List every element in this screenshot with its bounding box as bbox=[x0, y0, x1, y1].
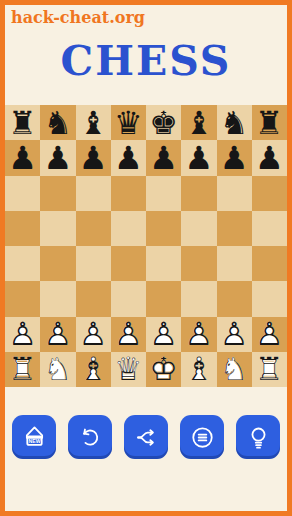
square-h8[interactable]: ♜ bbox=[252, 105, 287, 140]
lightbulb-icon bbox=[245, 424, 272, 451]
square-c2[interactable]: ♟♙ bbox=[76, 317, 111, 352]
svg-text:NEW: NEW bbox=[28, 437, 40, 443]
piece-white-pawn[interactable]: ♟♙ bbox=[181, 317, 216, 352]
square-b3[interactable] bbox=[40, 281, 75, 316]
app-title: CHESS bbox=[5, 39, 287, 83]
square-a4[interactable] bbox=[5, 246, 40, 281]
square-h3[interactable] bbox=[252, 281, 287, 316]
piece-white-pawn[interactable]: ♟♙ bbox=[40, 317, 75, 352]
chess-board[interactable]: ♜♞♝♛♚♝♞♜♟♟♟♟♟♟♟♟♟♙♟♙♟♙♟♙♟♙♟♙♟♙♟♙♜♖♞♘♝♗♛♕… bbox=[5, 105, 287, 387]
square-c5[interactable] bbox=[76, 211, 111, 246]
piece-black-pawn[interactable]: ♟ bbox=[181, 140, 216, 175]
square-h1[interactable]: ♜♖ bbox=[252, 352, 287, 387]
piece-white-pawn[interactable]: ♟♙ bbox=[111, 317, 146, 352]
new-game-sign-icon: NEW bbox=[21, 424, 48, 451]
square-a3[interactable] bbox=[5, 281, 40, 316]
square-f1[interactable]: ♝♗ bbox=[181, 352, 216, 387]
menu-circle-icon bbox=[189, 424, 216, 451]
square-e2[interactable]: ♟♙ bbox=[146, 317, 181, 352]
toolbar: NEW bbox=[12, 415, 280, 459]
square-f6[interactable] bbox=[181, 176, 216, 211]
piece-black-pawn[interactable]: ♟ bbox=[217, 140, 252, 175]
square-g1[interactable]: ♞♘ bbox=[217, 352, 252, 387]
square-a7[interactable]: ♟ bbox=[5, 140, 40, 175]
piece-white-knight[interactable]: ♞♘ bbox=[40, 352, 75, 387]
square-h2[interactable]: ♟♙ bbox=[252, 317, 287, 352]
menu-button[interactable] bbox=[180, 415, 224, 459]
square-e1[interactable]: ♚♔ bbox=[146, 352, 181, 387]
square-h6[interactable] bbox=[252, 176, 287, 211]
square-g6[interactable] bbox=[217, 176, 252, 211]
square-e6[interactable] bbox=[146, 176, 181, 211]
square-g4[interactable] bbox=[217, 246, 252, 281]
piece-black-bishop[interactable]: ♝ bbox=[76, 105, 111, 140]
square-c4[interactable] bbox=[76, 246, 111, 281]
square-f2[interactable]: ♟♙ bbox=[181, 317, 216, 352]
square-c1[interactable]: ♝♗ bbox=[76, 352, 111, 387]
square-g7[interactable]: ♟ bbox=[217, 140, 252, 175]
square-b4[interactable] bbox=[40, 246, 75, 281]
piece-white-pawn[interactable]: ♟♙ bbox=[5, 317, 40, 352]
hint-button[interactable] bbox=[236, 415, 280, 459]
square-d3[interactable] bbox=[111, 281, 146, 316]
square-h5[interactable] bbox=[252, 211, 287, 246]
piece-black-rook[interactable]: ♜ bbox=[252, 105, 287, 140]
square-f4[interactable] bbox=[181, 246, 216, 281]
square-e3[interactable] bbox=[146, 281, 181, 316]
square-f8[interactable]: ♝ bbox=[181, 105, 216, 140]
piece-black-pawn[interactable]: ♟ bbox=[76, 140, 111, 175]
square-f5[interactable] bbox=[181, 211, 216, 246]
square-g8[interactable]: ♞ bbox=[217, 105, 252, 140]
square-b2[interactable]: ♟♙ bbox=[40, 317, 75, 352]
square-c6[interactable] bbox=[76, 176, 111, 211]
square-f3[interactable] bbox=[181, 281, 216, 316]
piece-white-queen[interactable]: ♛♕ bbox=[111, 352, 146, 387]
piece-black-pawn[interactable]: ♟ bbox=[252, 140, 287, 175]
piece-black-bishop[interactable]: ♝ bbox=[181, 105, 216, 140]
piece-white-pawn[interactable]: ♟♙ bbox=[252, 317, 287, 352]
undo-button[interactable] bbox=[68, 415, 112, 459]
square-b1[interactable]: ♞♘ bbox=[40, 352, 75, 387]
shuffle-arrows-icon bbox=[133, 424, 160, 451]
square-d1[interactable]: ♛♕ bbox=[111, 352, 146, 387]
square-a8[interactable]: ♜ bbox=[5, 105, 40, 140]
piece-white-king[interactable]: ♚♔ bbox=[146, 352, 181, 387]
square-e5[interactable] bbox=[146, 211, 181, 246]
piece-white-pawn[interactable]: ♟♙ bbox=[146, 317, 181, 352]
square-a1[interactable]: ♜♖ bbox=[5, 352, 40, 387]
square-c7[interactable]: ♟ bbox=[76, 140, 111, 175]
square-g5[interactable] bbox=[217, 211, 252, 246]
piece-white-bishop[interactable]: ♝♗ bbox=[76, 352, 111, 387]
square-f7[interactable]: ♟ bbox=[181, 140, 216, 175]
square-d4[interactable] bbox=[111, 246, 146, 281]
square-d6[interactable] bbox=[111, 176, 146, 211]
square-g3[interactable] bbox=[217, 281, 252, 316]
piece-white-rook[interactable]: ♜♖ bbox=[252, 352, 287, 387]
piece-black-rook[interactable]: ♜ bbox=[5, 105, 40, 140]
undo-arrow-icon bbox=[77, 424, 104, 451]
square-e8[interactable]: ♚ bbox=[146, 105, 181, 140]
square-c8[interactable]: ♝ bbox=[76, 105, 111, 140]
square-h7[interactable]: ♟ bbox=[252, 140, 287, 175]
piece-black-knight[interactable]: ♞ bbox=[217, 105, 252, 140]
app-screen: hack-cheat.org CHESS ♜♞♝♛♚♝♞♜♟♟♟♟♟♟♟♟♟♙♟… bbox=[0, 0, 292, 516]
shuffle-button[interactable] bbox=[124, 415, 168, 459]
piece-white-knight[interactable]: ♞♘ bbox=[217, 352, 252, 387]
square-b6[interactable] bbox=[40, 176, 75, 211]
square-a6[interactable] bbox=[5, 176, 40, 211]
square-e4[interactable] bbox=[146, 246, 181, 281]
piece-black-queen[interactable]: ♛ bbox=[111, 105, 146, 140]
piece-black-king[interactable]: ♚ bbox=[146, 105, 181, 140]
new-game-button[interactable]: NEW bbox=[12, 415, 56, 459]
piece-white-pawn[interactable]: ♟♙ bbox=[217, 317, 252, 352]
piece-black-pawn[interactable]: ♟ bbox=[146, 140, 181, 175]
site-banner: hack-cheat.org bbox=[11, 8, 287, 27]
square-a5[interactable] bbox=[5, 211, 40, 246]
square-b8[interactable]: ♞ bbox=[40, 105, 75, 140]
square-a2[interactable]: ♟♙ bbox=[5, 317, 40, 352]
square-b7[interactable]: ♟ bbox=[40, 140, 75, 175]
piece-black-knight[interactable]: ♞ bbox=[40, 105, 75, 140]
square-b5[interactable] bbox=[40, 211, 75, 246]
square-d2[interactable]: ♟♙ bbox=[111, 317, 146, 352]
piece-black-pawn[interactable]: ♟ bbox=[111, 140, 146, 175]
square-d8[interactable]: ♛ bbox=[111, 105, 146, 140]
square-d7[interactable]: ♟ bbox=[111, 140, 146, 175]
square-d5[interactable] bbox=[111, 211, 146, 246]
piece-white-pawn[interactable]: ♟♙ bbox=[76, 317, 111, 352]
square-h4[interactable] bbox=[252, 246, 287, 281]
piece-white-bishop[interactable]: ♝♗ bbox=[181, 352, 216, 387]
square-g2[interactable]: ♟♙ bbox=[217, 317, 252, 352]
piece-black-pawn[interactable]: ♟ bbox=[40, 140, 75, 175]
piece-white-rook[interactable]: ♜♖ bbox=[5, 352, 40, 387]
square-e7[interactable]: ♟ bbox=[146, 140, 181, 175]
square-c3[interactable] bbox=[76, 281, 111, 316]
piece-black-pawn[interactable]: ♟ bbox=[5, 140, 40, 175]
